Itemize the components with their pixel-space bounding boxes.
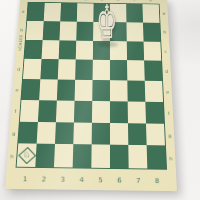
square bbox=[76, 40, 93, 60]
square bbox=[42, 40, 60, 60]
coord-label: 3 bbox=[53, 174, 72, 187]
coord-label: f bbox=[164, 102, 174, 124]
square bbox=[128, 101, 146, 123]
coord-label: h bbox=[166, 146, 176, 170]
coord-label: 6 bbox=[110, 175, 129, 188]
square bbox=[76, 21, 93, 40]
square bbox=[37, 122, 56, 145]
coord-label: c bbox=[161, 41, 170, 61]
coord-label: d bbox=[162, 61, 171, 81]
chess-board: 12345678 12345678 abcdefgh abcdefgh CHES… bbox=[5, 0, 177, 191]
square bbox=[57, 80, 75, 101]
square bbox=[27, 3, 45, 21]
square bbox=[21, 79, 40, 100]
corner-emblem: ♘ bbox=[17, 144, 37, 167]
square bbox=[24, 40, 42, 60]
square: ♘ bbox=[17, 144, 37, 167]
square bbox=[110, 145, 129, 168]
coord-label: e bbox=[163, 81, 172, 102]
coord-label: 4 bbox=[72, 174, 91, 187]
square bbox=[40, 59, 58, 79]
square bbox=[127, 60, 145, 80]
square bbox=[110, 101, 128, 123]
square bbox=[127, 41, 144, 61]
squares-grid: ♘ bbox=[16, 2, 167, 170]
square bbox=[26, 21, 44, 40]
square bbox=[59, 21, 76, 40]
coord-label: 7 bbox=[129, 175, 148, 188]
square bbox=[59, 40, 77, 60]
square bbox=[20, 100, 39, 122]
square bbox=[35, 144, 55, 167]
coord-label: b bbox=[160, 22, 169, 41]
square bbox=[56, 100, 75, 122]
knight-icon: ♘ bbox=[23, 151, 31, 160]
square bbox=[92, 101, 110, 123]
coord-label: g bbox=[165, 124, 175, 147]
square bbox=[110, 4, 127, 22]
square bbox=[147, 145, 166, 168]
square bbox=[126, 4, 143, 22]
square bbox=[93, 3, 110, 21]
square bbox=[43, 21, 61, 40]
coord-label: 8 bbox=[148, 175, 167, 188]
square bbox=[142, 4, 159, 22]
square bbox=[39, 79, 58, 100]
coord-label: 5 bbox=[91, 174, 110, 187]
square bbox=[144, 61, 162, 81]
coordinates-bottom: 12345678 bbox=[15, 173, 167, 188]
square bbox=[143, 22, 160, 41]
square bbox=[110, 22, 127, 41]
square bbox=[126, 22, 143, 41]
square bbox=[60, 3, 77, 21]
square bbox=[128, 145, 147, 168]
square bbox=[44, 3, 61, 21]
square bbox=[93, 60, 110, 80]
square bbox=[91, 145, 110, 168]
coord-label: a bbox=[160, 4, 169, 22]
square bbox=[110, 80, 128, 101]
square bbox=[77, 3, 94, 21]
square bbox=[146, 123, 165, 146]
square bbox=[110, 60, 127, 80]
coord-label: 2 bbox=[34, 174, 53, 187]
square bbox=[38, 100, 57, 122]
square bbox=[92, 122, 110, 145]
square bbox=[92, 80, 110, 101]
square bbox=[58, 59, 76, 79]
square bbox=[93, 22, 110, 41]
square bbox=[73, 122, 92, 145]
square bbox=[73, 144, 92, 167]
square bbox=[74, 101, 92, 123]
square bbox=[128, 123, 147, 146]
square bbox=[145, 81, 163, 102]
square bbox=[145, 102, 164, 124]
square bbox=[75, 60, 93, 80]
square bbox=[144, 41, 162, 61]
square bbox=[55, 122, 74, 145]
square bbox=[110, 123, 128, 146]
square bbox=[23, 59, 42, 79]
square bbox=[75, 80, 93, 101]
square bbox=[54, 144, 73, 167]
piece-shadow bbox=[98, 42, 118, 47]
table-cloth: 12345678 12345678 abcdefgh abcdefgh CHES… bbox=[0, 0, 200, 200]
coord-label: 1 bbox=[15, 173, 35, 186]
square bbox=[18, 121, 38, 144]
square bbox=[127, 80, 145, 101]
